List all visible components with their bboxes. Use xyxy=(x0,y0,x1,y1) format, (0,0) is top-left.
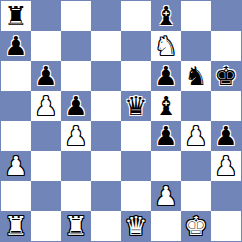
white-knight[interactable]: ♞ xyxy=(154,31,177,61)
square-b1[interactable] xyxy=(31,211,61,241)
white-pawn[interactable]: ♟ xyxy=(184,121,207,151)
square-h3[interactable]: ♟ xyxy=(211,151,241,181)
black-pawn[interactable]: ♟ xyxy=(34,61,57,91)
square-d6[interactable] xyxy=(91,61,121,91)
black-pawn[interactable]: ♟ xyxy=(214,121,237,151)
square-g4[interactable]: ♟ xyxy=(181,121,211,151)
square-b2[interactable] xyxy=(31,181,61,211)
white-pawn[interactable]: ♟ xyxy=(4,151,27,181)
black-bishop[interactable]: ♝ xyxy=(154,1,177,31)
square-f6[interactable]: ♟ xyxy=(151,61,181,91)
square-g8[interactable] xyxy=(181,1,211,31)
square-f8[interactable]: ♝ xyxy=(151,1,181,31)
black-pawn[interactable]: ♟ xyxy=(4,31,27,61)
white-pawn[interactable]: ♟ xyxy=(214,151,237,181)
white-rook[interactable]: ♜ xyxy=(4,211,27,241)
square-b5[interactable]: ♟ xyxy=(31,91,61,121)
square-c8[interactable] xyxy=(61,1,91,31)
square-d3[interactable] xyxy=(91,151,121,181)
square-h8[interactable] xyxy=(211,1,241,31)
square-b7[interactable] xyxy=(31,31,61,61)
square-d5[interactable] xyxy=(91,91,121,121)
square-a1[interactable]: ♜ xyxy=(1,211,31,241)
white-pawn[interactable]: ♟ xyxy=(154,181,177,211)
white-queen[interactable]: ♛ xyxy=(124,211,147,241)
square-h4[interactable]: ♟ xyxy=(211,121,241,151)
square-a5[interactable] xyxy=(1,91,31,121)
square-f7[interactable]: ♞ xyxy=(151,31,181,61)
square-c2[interactable] xyxy=(61,181,91,211)
black-bishop[interactable]: ♝ xyxy=(154,91,177,121)
square-h2[interactable] xyxy=(211,181,241,211)
square-d2[interactable] xyxy=(91,181,121,211)
square-e8[interactable] xyxy=(121,1,151,31)
black-king[interactable]: ♚ xyxy=(214,61,237,91)
square-f1[interactable] xyxy=(151,211,181,241)
square-e3[interactable] xyxy=(121,151,151,181)
square-a8[interactable]: ♜ xyxy=(1,1,31,31)
square-g2[interactable] xyxy=(181,181,211,211)
square-h7[interactable] xyxy=(211,31,241,61)
black-pawn[interactable]: ♟ xyxy=(154,121,177,151)
square-a6[interactable] xyxy=(1,61,31,91)
square-h5[interactable] xyxy=(211,91,241,121)
square-e4[interactable] xyxy=(121,121,151,151)
square-d4[interactable] xyxy=(91,121,121,151)
white-pawn[interactable]: ♟ xyxy=(34,91,57,121)
square-c6[interactable] xyxy=(61,61,91,91)
square-c5[interactable]: ♟ xyxy=(61,91,91,121)
square-c7[interactable] xyxy=(61,31,91,61)
black-queen[interactable]: ♛ xyxy=(124,91,147,121)
square-b3[interactable] xyxy=(31,151,61,181)
black-pawn[interactable]: ♟ xyxy=(64,91,87,121)
square-b4[interactable] xyxy=(31,121,61,151)
square-g5[interactable] xyxy=(181,91,211,121)
square-f5[interactable]: ♝ xyxy=(151,91,181,121)
square-f3[interactable] xyxy=(151,151,181,181)
square-e2[interactable] xyxy=(121,181,151,211)
square-h1[interactable] xyxy=(211,211,241,241)
square-h6[interactable]: ♚ xyxy=(211,61,241,91)
square-c3[interactable] xyxy=(61,151,91,181)
black-rook[interactable]: ♜ xyxy=(4,1,27,31)
square-c1[interactable]: ♜ xyxy=(61,211,91,241)
square-a4[interactable] xyxy=(1,121,31,151)
square-d7[interactable] xyxy=(91,31,121,61)
square-a2[interactable] xyxy=(1,181,31,211)
chess-board: ♜♝♟♞♟♟♞♚♟♟♛♝♟♟♟♟♟♟♟♜♜♛♚ xyxy=(0,0,242,242)
square-f2[interactable]: ♟ xyxy=(151,181,181,211)
square-g7[interactable] xyxy=(181,31,211,61)
square-g6[interactable]: ♞ xyxy=(181,61,211,91)
black-pawn[interactable]: ♟ xyxy=(154,61,177,91)
white-rook[interactable]: ♜ xyxy=(64,211,87,241)
square-b8[interactable] xyxy=(31,1,61,31)
square-f4[interactable]: ♟ xyxy=(151,121,181,151)
black-knight[interactable]: ♞ xyxy=(184,61,207,91)
square-a7[interactable]: ♟ xyxy=(1,31,31,61)
square-d1[interactable] xyxy=(91,211,121,241)
square-e5[interactable]: ♛ xyxy=(121,91,151,121)
white-king[interactable]: ♚ xyxy=(184,211,207,241)
square-e6[interactable] xyxy=(121,61,151,91)
square-d8[interactable] xyxy=(91,1,121,31)
square-b6[interactable]: ♟ xyxy=(31,61,61,91)
square-e1[interactable]: ♛ xyxy=(121,211,151,241)
square-e7[interactable] xyxy=(121,31,151,61)
square-c4[interactable]: ♟ xyxy=(61,121,91,151)
square-g1[interactable]: ♚ xyxy=(181,211,211,241)
square-a3[interactable]: ♟ xyxy=(1,151,31,181)
white-pawn[interactable]: ♟ xyxy=(64,121,87,151)
square-g3[interactable] xyxy=(181,151,211,181)
